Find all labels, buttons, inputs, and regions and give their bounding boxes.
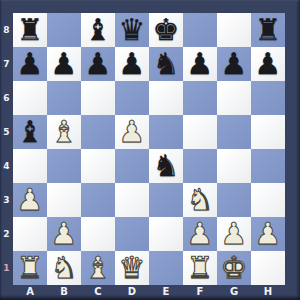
square-d6[interactable]	[115, 81, 149, 115]
square-c8[interactable]: ♝	[81, 13, 115, 47]
square-e7[interactable]: ♞	[149, 47, 183, 81]
square-f3[interactable]: ♞	[183, 183, 217, 217]
piece-black-knight: ♞	[149, 47, 183, 81]
piece-black-king: ♚	[149, 13, 183, 47]
piece-white-pawn: ♟	[47, 217, 81, 251]
square-f7[interactable]: ♟	[183, 47, 217, 81]
square-b4[interactable]	[47, 149, 81, 183]
square-g4[interactable]	[217, 149, 251, 183]
piece-white-rook: ♜	[13, 251, 47, 285]
rank-label-6: 6	[0, 81, 13, 115]
square-h3[interactable]	[251, 183, 285, 217]
rank-label-1: 1	[0, 251, 13, 285]
rank-label-5: 5	[0, 115, 13, 149]
square-h2[interactable]: ♟	[251, 217, 285, 251]
file-label-a: A	[13, 285, 47, 300]
square-f4[interactable]	[183, 149, 217, 183]
piece-black-pawn: ♟	[217, 47, 251, 81]
piece-black-pawn: ♟	[115, 47, 149, 81]
square-c4[interactable]	[81, 149, 115, 183]
piece-black-bishop: ♝	[13, 115, 47, 149]
piece-white-pawn: ♟	[251, 217, 285, 251]
square-f5[interactable]	[183, 115, 217, 149]
square-c2[interactable]	[81, 217, 115, 251]
chess-board: ♜♝♛♚♜♟♟♟♟♞♟♟♟♝♝♟♞♟♞♟♟♟♟♜♞♝♛♜♚	[13, 13, 285, 285]
square-h5[interactable]	[251, 115, 285, 149]
square-e4[interactable]: ♞	[149, 149, 183, 183]
piece-black-rook: ♜	[251, 13, 285, 47]
piece-white-pawn: ♟	[13, 183, 47, 217]
square-b8[interactable]	[47, 13, 81, 47]
square-c1[interactable]: ♝	[81, 251, 115, 285]
square-g1[interactable]: ♚	[217, 251, 251, 285]
square-d7[interactable]: ♟	[115, 47, 149, 81]
piece-white-pawn: ♟	[183, 217, 217, 251]
square-d2[interactable]	[115, 217, 149, 251]
piece-white-knight: ♞	[47, 251, 81, 285]
square-e8[interactable]: ♚	[149, 13, 183, 47]
piece-black-pawn: ♟	[47, 47, 81, 81]
square-h8[interactable]: ♜	[251, 13, 285, 47]
square-h4[interactable]	[251, 149, 285, 183]
square-a7[interactable]: ♟	[13, 47, 47, 81]
square-e2[interactable]	[149, 217, 183, 251]
square-b1[interactable]: ♞	[47, 251, 81, 285]
file-label-e: E	[149, 285, 183, 300]
piece-black-queen: ♛	[115, 13, 149, 47]
square-a4[interactable]	[13, 149, 47, 183]
square-a5[interactable]: ♝	[13, 115, 47, 149]
square-c5[interactable]	[81, 115, 115, 149]
square-e5[interactable]	[149, 115, 183, 149]
square-c3[interactable]	[81, 183, 115, 217]
rank-label-4: 4	[0, 149, 13, 183]
square-e3[interactable]	[149, 183, 183, 217]
square-a8[interactable]: ♜	[13, 13, 47, 47]
square-g6[interactable]	[217, 81, 251, 115]
square-g7[interactable]: ♟	[217, 47, 251, 81]
file-label-g: G	[217, 285, 251, 300]
square-a3[interactable]: ♟	[13, 183, 47, 217]
square-c7[interactable]: ♟	[81, 47, 115, 81]
square-f1[interactable]: ♜	[183, 251, 217, 285]
square-f6[interactable]	[183, 81, 217, 115]
square-b2[interactable]: ♟	[47, 217, 81, 251]
square-e1[interactable]	[149, 251, 183, 285]
square-d4[interactable]	[115, 149, 149, 183]
rank-label-8: 8	[0, 13, 13, 47]
square-b6[interactable]	[47, 81, 81, 115]
piece-white-pawn: ♟	[115, 115, 149, 149]
square-d1[interactable]: ♛	[115, 251, 149, 285]
square-g2[interactable]: ♟	[217, 217, 251, 251]
file-label-f: F	[183, 285, 217, 300]
square-e6[interactable]	[149, 81, 183, 115]
rank-label-2: 2	[0, 217, 13, 251]
square-b7[interactable]: ♟	[47, 47, 81, 81]
square-b3[interactable]	[47, 183, 81, 217]
file-label-b: B	[47, 285, 81, 300]
square-g5[interactable]	[217, 115, 251, 149]
piece-white-knight: ♞	[183, 183, 217, 217]
square-h6[interactable]	[251, 81, 285, 115]
square-d5[interactable]: ♟	[115, 115, 149, 149]
rank-label-7: 7	[0, 47, 13, 81]
square-a6[interactable]	[13, 81, 47, 115]
file-labels: ABCDEFGH	[13, 285, 285, 300]
piece-black-pawn: ♟	[183, 47, 217, 81]
piece-white-king: ♚	[217, 251, 251, 285]
square-h7[interactable]: ♟	[251, 47, 285, 81]
piece-black-pawn: ♟	[81, 47, 115, 81]
square-b5[interactable]: ♝	[47, 115, 81, 149]
square-a2[interactable]	[13, 217, 47, 251]
square-d3[interactable]	[115, 183, 149, 217]
piece-white-rook: ♜	[183, 251, 217, 285]
square-c6[interactable]	[81, 81, 115, 115]
piece-white-bishop: ♝	[47, 115, 81, 149]
chess-board-frame: 87654321 ♜♝♛♚♜♟♟♟♟♞♟♟♟♝♝♟♞♟♞♟♟♟♟♜♞♝♛♜♚ A…	[0, 0, 300, 300]
square-f8[interactable]	[183, 13, 217, 47]
file-label-h: H	[251, 285, 285, 300]
piece-white-bishop: ♝	[81, 251, 115, 285]
rank-labels: 87654321	[0, 13, 13, 285]
square-d8[interactable]: ♛	[115, 13, 149, 47]
piece-black-bishop: ♝	[81, 13, 115, 47]
square-g3[interactable]	[217, 183, 251, 217]
piece-black-knight: ♞	[149, 149, 183, 183]
square-a1[interactable]: ♜	[13, 251, 47, 285]
square-h1[interactable]	[251, 251, 285, 285]
piece-black-pawn: ♟	[13, 47, 47, 81]
rank-label-3: 3	[0, 183, 13, 217]
piece-white-queen: ♛	[115, 251, 149, 285]
file-label-c: C	[81, 285, 115, 300]
file-label-d: D	[115, 285, 149, 300]
square-f2[interactable]: ♟	[183, 217, 217, 251]
piece-black-pawn: ♟	[251, 47, 285, 81]
square-g8[interactable]	[217, 13, 251, 47]
piece-black-rook: ♜	[13, 13, 47, 47]
piece-white-pawn: ♟	[217, 217, 251, 251]
